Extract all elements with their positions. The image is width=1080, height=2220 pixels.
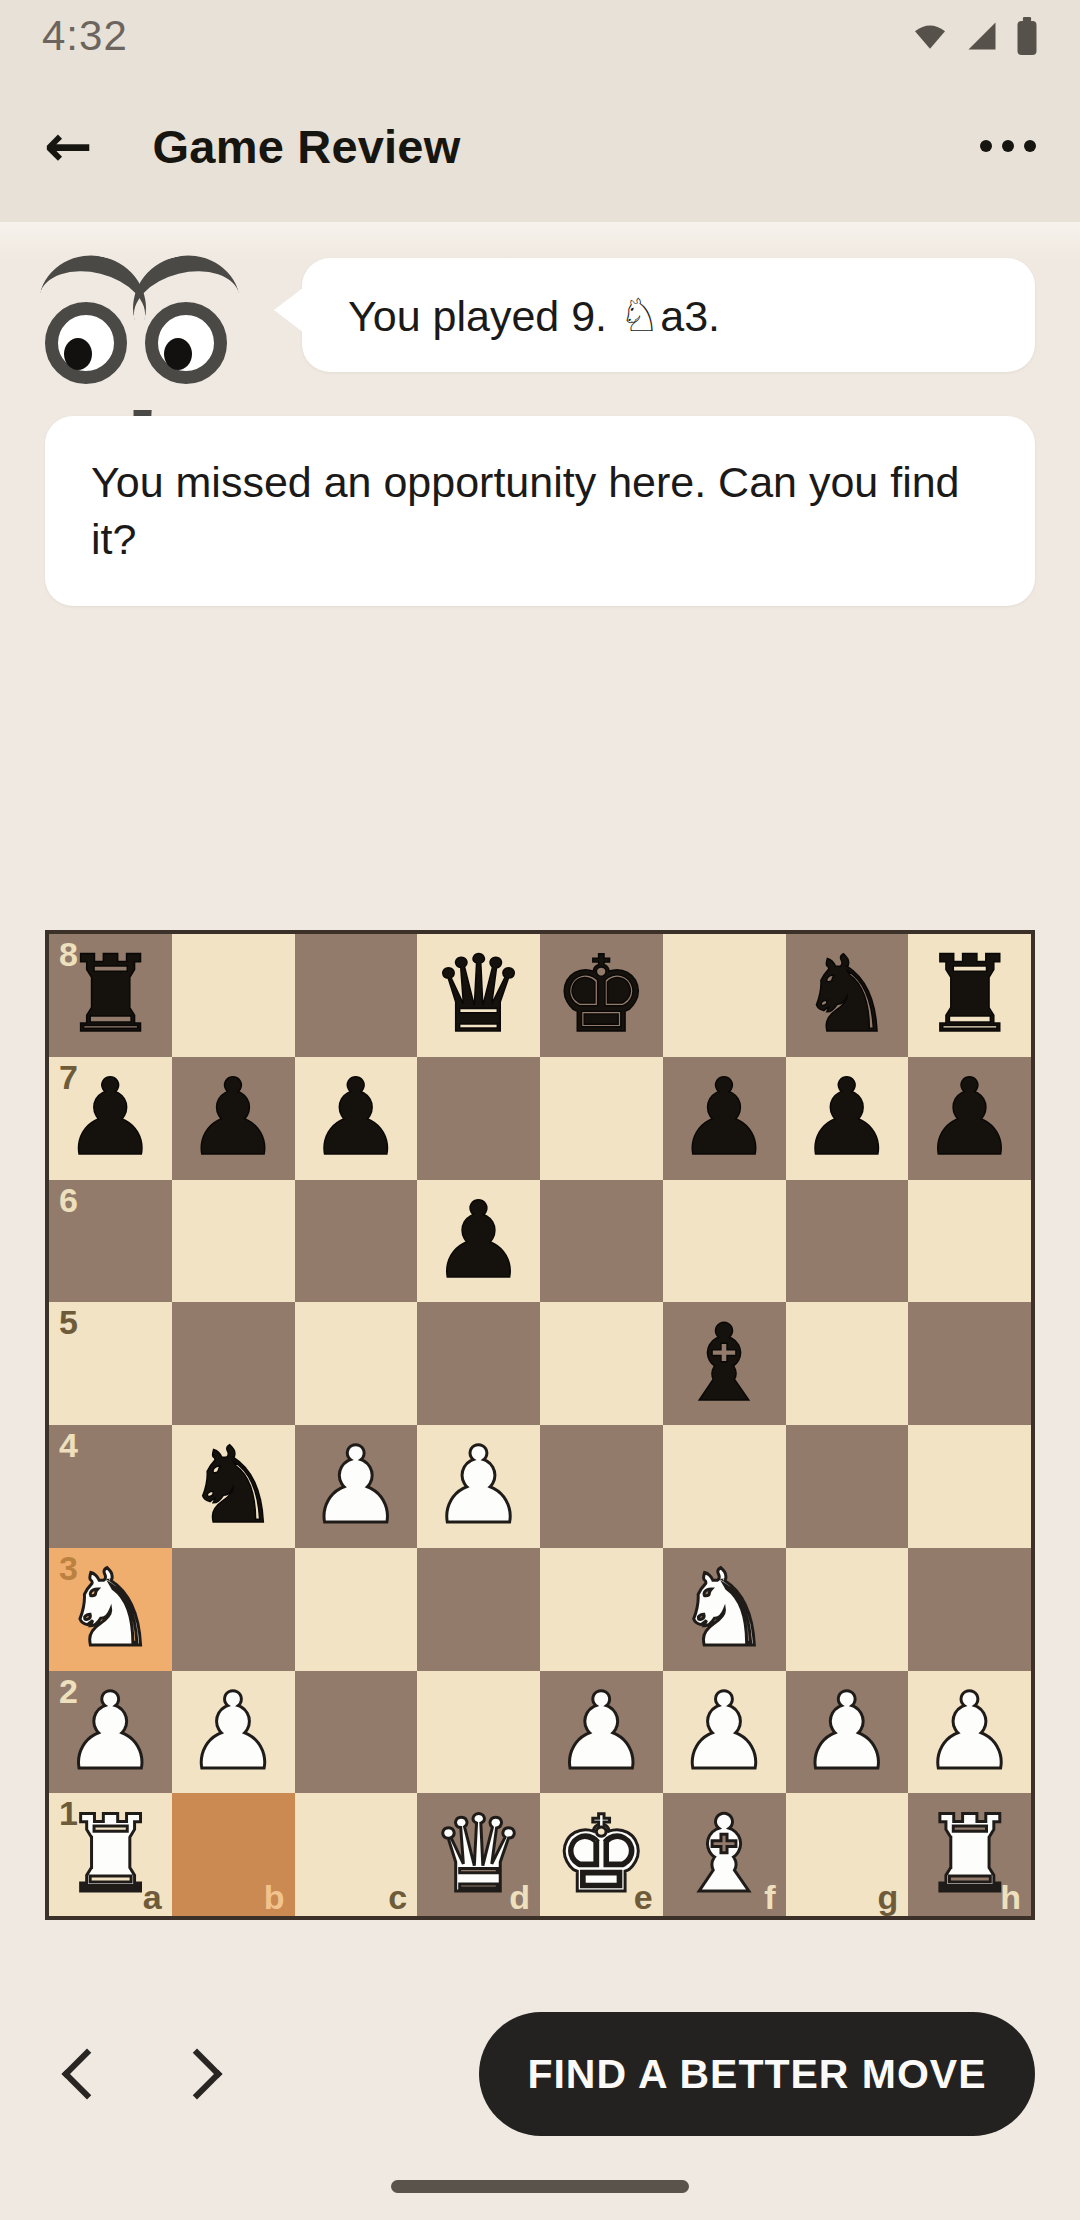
square-d5[interactable] xyxy=(417,1302,540,1425)
rank-label-4: 4 xyxy=(59,1427,78,1464)
piece-white-knight[interactable]: ♞ xyxy=(677,1556,772,1662)
rank-label-6: 6 xyxy=(59,1182,78,1219)
square-g6[interactable] xyxy=(786,1180,909,1303)
square-g3[interactable] xyxy=(786,1548,909,1671)
square-a1[interactable]: 1a♜ xyxy=(49,1793,172,1916)
white-knight-glyph: ♘ xyxy=(619,288,660,342)
home-indicator[interactable] xyxy=(391,2180,689,2193)
square-b6[interactable] xyxy=(172,1180,295,1303)
square-e6[interactable] xyxy=(540,1180,663,1303)
back-button[interactable]: ← xyxy=(44,117,93,175)
piece-white-pawn[interactable]: ♟ xyxy=(922,1679,1017,1785)
square-c6[interactable] xyxy=(295,1180,418,1303)
piece-white-pawn[interactable]: ♟ xyxy=(554,1679,649,1785)
square-g1[interactable]: g xyxy=(786,1793,909,1916)
square-h6[interactable] xyxy=(908,1180,1031,1303)
file-label-f: f xyxy=(764,1879,775,1916)
square-d7[interactable] xyxy=(417,1057,540,1180)
square-f7[interactable]: ♟ xyxy=(663,1057,786,1180)
header-shadow xyxy=(0,222,1080,262)
move-message: You played 9. ♘a3. xyxy=(348,285,720,346)
chess-board[interactable]: 8♜♛♚♞♜7♟♟♟♟♟♟6♟5♝4♞♟♟3♞♞2♟♟♟♟♟♟1a♜bcd♛e♚… xyxy=(45,930,1035,1920)
owl-left-eye xyxy=(45,302,127,384)
file-label-h: h xyxy=(1000,1879,1021,1916)
square-h7[interactable]: ♟ xyxy=(908,1057,1031,1180)
bottom-controls: FIND A BETTER MOVE xyxy=(45,2012,1035,2136)
square-g5[interactable] xyxy=(786,1302,909,1425)
file-label-c: c xyxy=(388,1879,407,1916)
square-a4[interactable]: 4 xyxy=(49,1425,172,1548)
square-f4[interactable] xyxy=(663,1425,786,1548)
square-h1[interactable]: h♜ xyxy=(908,1793,1031,1916)
square-f2[interactable]: ♟ xyxy=(663,1671,786,1794)
square-c8[interactable] xyxy=(295,934,418,1057)
file-label-a: a xyxy=(143,1879,162,1916)
file-label-b: b xyxy=(264,1879,285,1916)
square-a5[interactable]: 5 xyxy=(49,1302,172,1425)
page-title: Game Review xyxy=(153,119,461,174)
status-icons xyxy=(912,17,1038,55)
square-g7[interactable]: ♟ xyxy=(786,1057,909,1180)
square-b1[interactable]: b xyxy=(172,1793,295,1916)
top-band: 4:32 ← Game Review xyxy=(0,0,1080,222)
coach-owl-avatar xyxy=(45,258,240,393)
coach-move-bubble: You played 9. ♘a3. xyxy=(302,258,1035,372)
wifi-icon xyxy=(912,18,948,54)
square-h4[interactable] xyxy=(908,1425,1031,1548)
piece-black-king[interactable]: ♚ xyxy=(554,942,649,1048)
find-better-move-button[interactable]: FIND A BETTER MOVE xyxy=(479,2012,1035,2136)
dot-icon xyxy=(1002,140,1014,152)
square-h2[interactable]: ♟ xyxy=(908,1671,1031,1794)
status-time: 4:32 xyxy=(42,12,128,60)
square-a6[interactable]: 6 xyxy=(49,1180,172,1303)
app-header: ← Game Review xyxy=(0,72,1080,220)
square-g2[interactable]: ♟ xyxy=(786,1671,909,1794)
square-f1[interactable]: f♝ xyxy=(663,1793,786,1916)
file-label-e: e xyxy=(634,1879,653,1916)
square-a8[interactable]: 8♜ xyxy=(49,934,172,1057)
piece-black-rook[interactable]: ♜ xyxy=(922,942,1017,1048)
square-h3[interactable] xyxy=(908,1548,1031,1671)
move-message-square: a3. xyxy=(660,292,720,340)
coach-prompt-bubble: You missed an opportunity here. Can you … xyxy=(45,416,1035,606)
piece-black-knight[interactable]: ♞ xyxy=(799,942,894,1048)
dot-icon xyxy=(980,140,992,152)
square-c1[interactable]: c xyxy=(295,1793,418,1916)
owl-left-pupil xyxy=(64,338,92,370)
owl-beak xyxy=(119,326,169,396)
piece-black-bishop[interactable]: ♝ xyxy=(677,1311,772,1417)
piece-black-pawn[interactable]: ♟ xyxy=(677,1065,772,1171)
square-g8[interactable]: ♞ xyxy=(786,934,909,1057)
piece-white-pawn[interactable]: ♟ xyxy=(431,1433,526,1539)
square-b5[interactable] xyxy=(172,1302,295,1425)
dot-icon xyxy=(1024,140,1036,152)
square-f6[interactable] xyxy=(663,1180,786,1303)
rank-label-3: 3 xyxy=(59,1550,78,1587)
previous-move-button[interactable] xyxy=(45,2029,119,2119)
square-e8[interactable]: ♚ xyxy=(540,934,663,1057)
square-b7[interactable]: ♟ xyxy=(172,1057,295,1180)
square-d3[interactable] xyxy=(417,1548,540,1671)
bubble-tail xyxy=(274,284,308,336)
piece-white-bishop[interactable]: ♝ xyxy=(677,1802,772,1908)
square-g4[interactable] xyxy=(786,1425,909,1548)
square-c4[interactable]: ♟ xyxy=(295,1425,418,1548)
prompt-message: You missed an opportunity here. Can you … xyxy=(91,454,989,568)
rank-label-5: 5 xyxy=(59,1304,78,1341)
rank-label-7: 7 xyxy=(59,1059,78,1096)
square-b3[interactable] xyxy=(172,1548,295,1671)
piece-white-pawn[interactable]: ♟ xyxy=(677,1679,772,1785)
square-f8[interactable] xyxy=(663,934,786,1057)
square-h8[interactable]: ♜ xyxy=(908,934,1031,1057)
square-a7[interactable]: 7♟ xyxy=(49,1057,172,1180)
file-label-d: d xyxy=(509,1879,530,1916)
square-b2[interactable]: ♟ xyxy=(172,1671,295,1794)
rank-label-8: 8 xyxy=(59,936,78,973)
battery-icon xyxy=(1016,17,1038,55)
square-f5[interactable]: ♝ xyxy=(663,1302,786,1425)
square-b8[interactable] xyxy=(172,934,295,1057)
square-d1[interactable]: d♛ xyxy=(417,1793,540,1916)
square-e5[interactable] xyxy=(540,1302,663,1425)
next-move-button[interactable] xyxy=(165,2029,239,2119)
square-d4[interactable]: ♟ xyxy=(417,1425,540,1548)
square-f3[interactable]: ♞ xyxy=(663,1548,786,1671)
square-a3[interactable]: 3♞ xyxy=(49,1548,172,1671)
square-h5[interactable] xyxy=(908,1302,1031,1425)
square-d2[interactable] xyxy=(417,1671,540,1794)
back-arrow-icon: ← xyxy=(44,112,93,180)
square-e4[interactable] xyxy=(540,1425,663,1548)
piece-black-pawn[interactable]: ♟ xyxy=(922,1065,1017,1171)
chevron-left-icon xyxy=(62,2049,113,2100)
piece-black-pawn[interactable]: ♟ xyxy=(799,1065,894,1171)
piece-black-pawn[interactable]: ♟ xyxy=(431,1188,526,1294)
rank-label-2: 2 xyxy=(59,1673,78,1710)
piece-white-pawn[interactable]: ♟ xyxy=(308,1433,403,1539)
piece-black-pawn[interactable]: ♟ xyxy=(186,1065,281,1171)
square-d8[interactable]: ♛ xyxy=(417,934,540,1057)
piece-black-queen[interactable]: ♛ xyxy=(431,942,526,1048)
square-e7[interactable] xyxy=(540,1057,663,1180)
piece-black-knight[interactable]: ♞ xyxy=(186,1433,281,1539)
square-e2[interactable]: ♟ xyxy=(540,1671,663,1794)
rank-label-1: 1 xyxy=(59,1795,78,1832)
cellular-signal-icon xyxy=(964,18,1000,54)
status-bar: 4:32 xyxy=(0,0,1080,72)
square-a2[interactable]: 2♟ xyxy=(49,1671,172,1794)
square-e3[interactable] xyxy=(540,1548,663,1671)
piece-white-pawn[interactable]: ♟ xyxy=(799,1679,894,1785)
square-c2[interactable] xyxy=(295,1671,418,1794)
move-message-prefix: You played 9. xyxy=(348,292,619,340)
piece-white-pawn[interactable]: ♟ xyxy=(186,1679,281,1785)
square-e1[interactable]: e♚ xyxy=(540,1793,663,1916)
overflow-menu-button[interactable] xyxy=(980,130,1036,162)
chevron-right-icon xyxy=(172,2049,223,2100)
piece-black-pawn[interactable]: ♟ xyxy=(308,1065,403,1171)
square-c7[interactable]: ♟ xyxy=(295,1057,418,1180)
square-c3[interactable] xyxy=(295,1548,418,1671)
square-b4[interactable]: ♞ xyxy=(172,1425,295,1548)
file-label-g: g xyxy=(877,1879,898,1916)
square-d6[interactable]: ♟ xyxy=(417,1180,540,1303)
square-c5[interactable] xyxy=(295,1302,418,1425)
